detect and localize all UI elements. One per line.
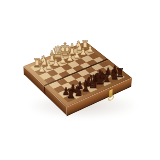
square-h3[interactable] <box>39 72 51 79</box>
square-d6[interactable] <box>82 73 94 80</box>
square-h8[interactable] <box>63 94 76 102</box>
square-f7[interactable] <box>73 84 85 92</box>
square-b7[interactable] <box>101 72 113 79</box>
scene <box>0 0 160 160</box>
square-a7[interactable] <box>108 69 120 76</box>
product-photo-stage: ♜♞♝♛♚♝♞♜♟♟♟♟♟♟♟♟♟♟♟♟♟♟♟♟♜♞♝♛♚♝♞♜ <box>0 0 160 160</box>
square-a8[interactable] <box>113 73 125 80</box>
square-h5[interactable] <box>48 81 60 89</box>
square-f8[interactable] <box>78 88 90 96</box>
square-b8[interactable] <box>106 76 118 83</box>
square-d8[interactable] <box>92 82 104 90</box>
square-c8[interactable] <box>99 79 111 86</box>
square-e5[interactable] <box>70 72 82 79</box>
square-g4[interactable] <box>51 74 63 81</box>
square-h4[interactable] <box>44 77 56 84</box>
square-c7[interactable] <box>94 75 106 82</box>
brass-clasp-icon <box>109 89 113 98</box>
folding-chess-box <box>23 42 132 108</box>
square-g8[interactable] <box>70 91 82 99</box>
square-e7[interactable] <box>80 81 92 89</box>
square-d7[interactable] <box>87 78 99 85</box>
square-e8[interactable] <box>85 85 97 93</box>
square-h7[interactable] <box>58 90 70 98</box>
square-e6[interactable] <box>75 76 87 83</box>
square-g5[interactable] <box>56 78 68 85</box>
square-g7[interactable] <box>65 87 77 95</box>
square-f6[interactable] <box>68 79 80 86</box>
square-f5[interactable] <box>63 75 75 82</box>
square-h6[interactable] <box>53 85 65 93</box>
board-frame <box>23 42 132 108</box>
square-g6[interactable] <box>61 82 73 90</box>
